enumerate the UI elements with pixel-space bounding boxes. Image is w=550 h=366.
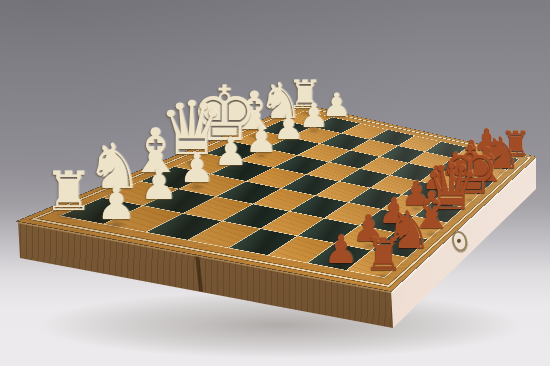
chess-set-photo: ♜♟♞♟♝♟♚♟♟♜♛♟♟♞♝♟♝♟♟♞♚♟♟♜♛♟♟♝♟♞♟♜ xyxy=(0,0,550,366)
